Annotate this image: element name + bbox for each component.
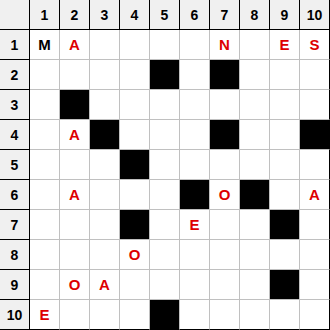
cell-r2c6[interactable] (180, 60, 210, 90)
col-header-9-label: 9 (281, 8, 289, 22)
row-header-7-label: 7 (11, 218, 19, 232)
cell-r4c9[interactable] (270, 120, 300, 150)
col-header-1-label: 1 (41, 8, 49, 22)
col-header-6: 6 (180, 0, 210, 30)
cell-r7c6[interactable]: E (180, 210, 210, 240)
cell-r6c4[interactable] (120, 180, 150, 210)
col-header-4: 4 (120, 0, 150, 30)
corner-cell (0, 0, 30, 30)
cell-r1c9-label: E (279, 37, 289, 52)
cell-r1c10[interactable]: S (300, 30, 330, 60)
cell-r5c2[interactable] (60, 150, 90, 180)
cell-r2c3[interactable] (90, 60, 120, 90)
cell-r1c2-label: A (69, 37, 80, 52)
cell-r8c6[interactable] (180, 240, 210, 270)
row-header-4: 4 (0, 120, 30, 150)
cell-r9c5[interactable] (150, 270, 180, 300)
cell-r6c2-label: A (69, 187, 80, 202)
col-header-9: 9 (270, 0, 300, 30)
cell-r10c3[interactable] (90, 300, 120, 330)
cell-r1c10-label: S (309, 37, 319, 52)
cell-r3c9[interactable] (270, 90, 300, 120)
cell-r8c2[interactable] (60, 240, 90, 270)
col-header-6-label: 6 (191, 8, 199, 22)
cell-r7c7[interactable] (210, 210, 240, 240)
row-header-8-label: 8 (11, 248, 19, 262)
cell-r7c2[interactable] (60, 210, 90, 240)
cell-r9c2[interactable]: O (60, 270, 90, 300)
cell-r1c3[interactable] (90, 30, 120, 60)
row-header-5: 5 (0, 150, 30, 180)
cell-r10c9[interactable] (270, 300, 300, 330)
cell-r3c4[interactable] (120, 90, 150, 120)
col-header-8-label: 8 (251, 8, 259, 22)
row-header-5-label: 5 (11, 158, 19, 172)
cell-r7c9-black (270, 210, 300, 240)
cell-r5c5[interactable] (150, 150, 180, 180)
row-header-3: 3 (0, 90, 30, 120)
col-header-3: 3 (90, 0, 120, 30)
cell-r6c3[interactable] (90, 180, 120, 210)
row-header-4-label: 4 (11, 128, 19, 142)
cell-r5c10[interactable] (300, 150, 330, 180)
cell-r3c5[interactable] (150, 90, 180, 120)
row-header-6: 6 (0, 180, 30, 210)
cell-r2c9[interactable] (270, 60, 300, 90)
cell-r4c2-label: A (69, 127, 80, 142)
cell-r9c4[interactable] (120, 270, 150, 300)
col-header-8: 8 (240, 0, 270, 30)
cell-r6c5[interactable] (150, 180, 180, 210)
cell-r7c1[interactable] (30, 210, 60, 240)
cell-r10c2[interactable] (60, 300, 90, 330)
cell-r1c4[interactable] (120, 30, 150, 60)
cell-r8c4-label: O (129, 247, 141, 262)
cell-r9c6[interactable] (180, 270, 210, 300)
cell-r4c1[interactable] (30, 120, 60, 150)
cell-r4c5[interactable] (150, 120, 180, 150)
cell-r10c1[interactable]: E (30, 300, 60, 330)
cell-r1c7-label: N (219, 37, 230, 52)
cell-r1c9[interactable]: E (270, 30, 300, 60)
col-header-3-label: 3 (101, 8, 109, 22)
col-header-7-label: 7 (221, 8, 229, 22)
cell-r9c7[interactable] (210, 270, 240, 300)
cell-r4c10-black (300, 120, 330, 150)
cell-r6c7[interactable]: O (210, 180, 240, 210)
cell-r8c8[interactable] (240, 240, 270, 270)
row-header-1: 1 (0, 30, 30, 60)
cell-r2c2[interactable] (60, 60, 90, 90)
cell-r2c10[interactable] (300, 60, 330, 90)
cell-r3c6[interactable] (180, 90, 210, 120)
cell-r10c4[interactable] (120, 300, 150, 330)
cell-r2c1[interactable] (30, 60, 60, 90)
cell-r6c1[interactable] (30, 180, 60, 210)
row-header-3-label: 3 (11, 98, 19, 112)
cell-r3c1[interactable] (30, 90, 60, 120)
cell-r8c4[interactable]: O (120, 240, 150, 270)
cell-r9c3[interactable]: A (90, 270, 120, 300)
row-header-2: 2 (0, 60, 30, 90)
cell-r4c6[interactable] (180, 120, 210, 150)
cell-r8c3[interactable] (90, 240, 120, 270)
cell-r1c2[interactable]: A (60, 30, 90, 60)
crossword-board: 123456789101MANES234A56AOA7E8O9OA10E (0, 0, 330, 330)
cell-r2c7-black (210, 60, 240, 90)
cell-r5c6[interactable] (180, 150, 210, 180)
cell-r3c8[interactable] (240, 90, 270, 120)
cell-r9c9-black (270, 270, 300, 300)
cell-r10c7[interactable] (210, 300, 240, 330)
cell-r2c5-black (150, 60, 180, 90)
cell-r3c2-black (60, 90, 90, 120)
row-header-1-label: 1 (11, 38, 19, 52)
cell-r5c4-black (120, 150, 150, 180)
cell-r9c10[interactable] (300, 270, 330, 300)
cell-r8c10[interactable] (300, 240, 330, 270)
cell-r6c10-label: A (309, 187, 320, 202)
cell-r10c10[interactable] (300, 300, 330, 330)
col-header-2-label: 2 (71, 8, 79, 22)
cell-r6c9[interactable] (270, 180, 300, 210)
cell-r7c10[interactable] (300, 210, 330, 240)
col-header-1: 1 (30, 0, 60, 30)
row-header-6-label: 6 (11, 188, 19, 202)
cell-r10c1-label: E (39, 307, 49, 322)
row-header-10: 10 (0, 300, 30, 330)
cell-r2c4[interactable] (120, 60, 150, 90)
cell-r5c7[interactable] (210, 150, 240, 180)
cell-r4c3-black (90, 120, 120, 150)
cell-r9c1[interactable] (30, 270, 60, 300)
cell-r5c8[interactable] (240, 150, 270, 180)
col-header-10: 10 (300, 0, 330, 30)
row-header-2-label: 2 (11, 68, 19, 82)
cell-r4c2[interactable]: A (60, 120, 90, 150)
col-header-2: 2 (60, 0, 90, 30)
cell-r6c7-label: O (219, 187, 231, 202)
cell-r7c8[interactable] (240, 210, 270, 240)
row-header-8: 8 (0, 240, 30, 270)
col-header-7: 7 (210, 0, 240, 30)
cell-r1c6[interactable] (180, 30, 210, 60)
cell-r10c5-black (150, 300, 180, 330)
cell-r3c3[interactable] (90, 90, 120, 120)
cell-r8c5[interactable] (150, 240, 180, 270)
cell-r5c3[interactable] (90, 150, 120, 180)
cell-r8c9[interactable] (270, 240, 300, 270)
cell-r4c8[interactable] (240, 120, 270, 150)
cell-r9c3-label: A (99, 277, 110, 292)
cell-r10c6[interactable] (180, 300, 210, 330)
col-header-5-label: 5 (161, 8, 169, 22)
cell-r1c5[interactable] (150, 30, 180, 60)
row-header-9-label: 9 (11, 278, 19, 292)
col-header-5: 5 (150, 0, 180, 30)
cell-r5c1[interactable] (30, 150, 60, 180)
cell-r7c5[interactable] (150, 210, 180, 240)
cell-r7c6-label: E (189, 217, 199, 232)
cell-r3c7[interactable] (210, 90, 240, 120)
cell-r5c9[interactable] (270, 150, 300, 180)
row-header-9: 9 (0, 270, 30, 300)
col-header-4-label: 4 (131, 8, 139, 22)
row-header-10-label: 10 (7, 308, 23, 322)
row-header-7: 7 (0, 210, 30, 240)
cell-r9c8[interactable] (240, 270, 270, 300)
cell-r3c10[interactable] (300, 90, 330, 120)
cell-r9c2-label: O (69, 277, 81, 292)
cell-r10c8[interactable] (240, 300, 270, 330)
cell-r7c4-black (120, 210, 150, 240)
cell-r1c1[interactable]: M (30, 30, 60, 60)
cell-r6c8-black (240, 180, 270, 210)
cell-r7c3[interactable] (90, 210, 120, 240)
cell-r8c7[interactable] (210, 240, 240, 270)
cell-r4c4[interactable] (120, 120, 150, 150)
cell-r6c10[interactable]: A (300, 180, 330, 210)
cell-r2c8[interactable] (240, 60, 270, 90)
cell-r6c6-black (180, 180, 210, 210)
cell-r4c7-black (210, 120, 240, 150)
cell-r1c8[interactable] (240, 30, 270, 60)
cell-r1c1-label: M (38, 37, 51, 52)
cell-r6c2[interactable]: A (60, 180, 90, 210)
cell-r1c7[interactable]: N (210, 30, 240, 60)
col-header-10-label: 10 (307, 8, 323, 22)
cell-r8c1[interactable] (30, 240, 60, 270)
